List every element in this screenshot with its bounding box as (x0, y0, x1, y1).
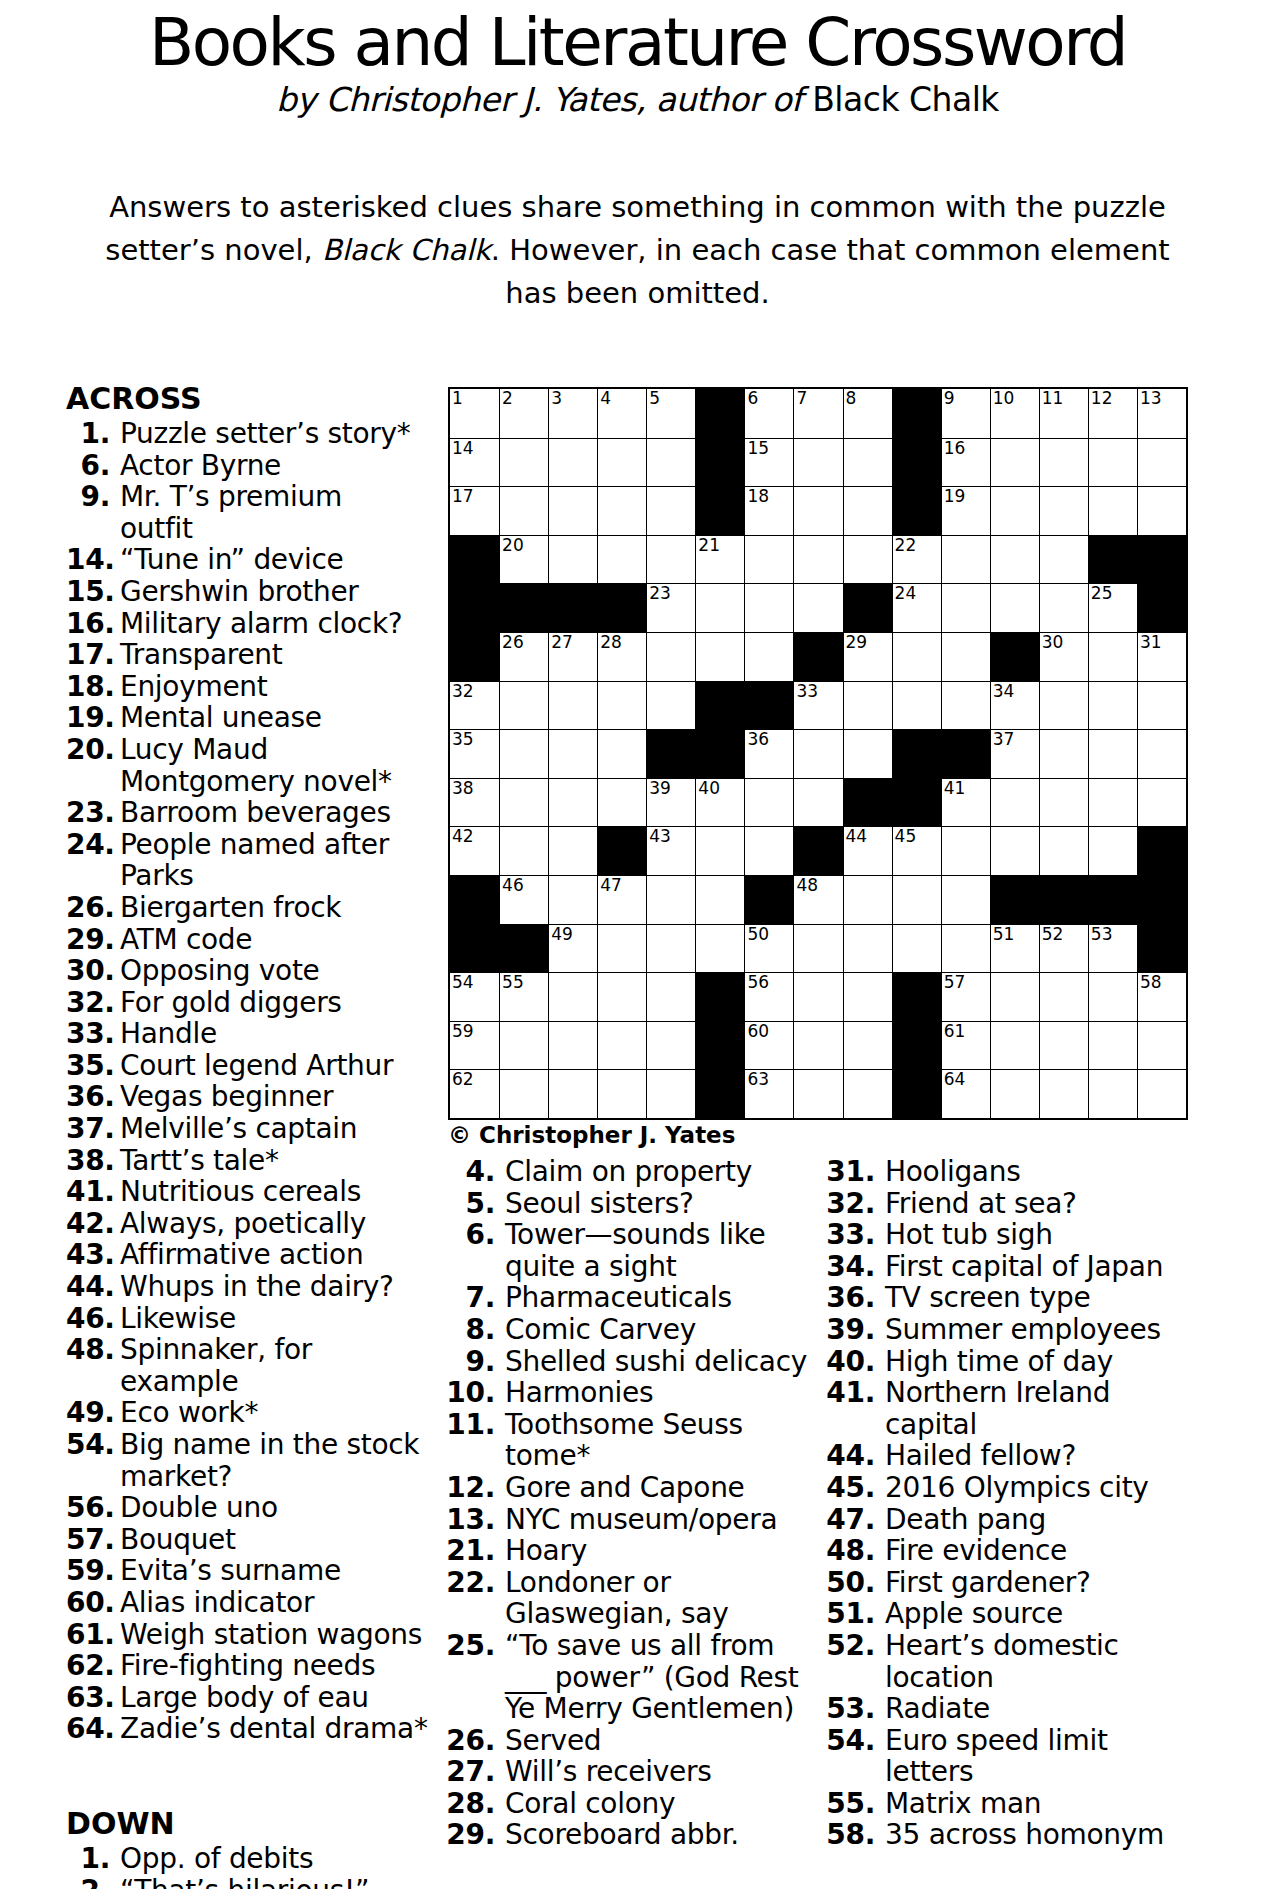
cell-number: 16 (944, 439, 966, 458)
clue-text: “That’s hilarious!” (120, 1875, 369, 1889)
grid-cell[interactable] (793, 535, 842, 584)
grid-cell[interactable] (646, 486, 695, 535)
grid-cell[interactable]: 31 (1137, 632, 1186, 681)
grid-cell[interactable]: 5 (646, 389, 695, 438)
grid-cell[interactable]: 23 (646, 583, 695, 632)
grid-cell[interactable] (1039, 826, 1088, 875)
grid-cell[interactable] (744, 535, 793, 584)
grid-cell[interactable]: 47 (597, 875, 646, 924)
grid-cell[interactable] (990, 972, 1039, 1021)
clue-item: 5.Seoul sisters? (443, 1188, 808, 1220)
grid-cell[interactable]: 53 (1088, 924, 1137, 973)
clue-number: 9. (443, 1346, 495, 1378)
grid-cell[interactable] (1039, 1021, 1088, 1070)
grid-cell[interactable] (548, 681, 597, 730)
grid-cell[interactable] (793, 972, 842, 1021)
grid-cell[interactable]: 58 (1137, 972, 1186, 1021)
grid-cell[interactable]: 24 (892, 583, 941, 632)
clue-item: 39.Summer employees (823, 1314, 1198, 1346)
grid-cell[interactable]: 39 (646, 778, 695, 827)
grid-cell[interactable]: 48 (793, 875, 842, 924)
cell-number: 53 (1091, 925, 1113, 944)
grid-cell[interactable] (892, 924, 941, 973)
clue-text: Coral colony (505, 1788, 675, 1820)
grid-cell[interactable] (548, 535, 597, 584)
grid-cell[interactable]: 8 (843, 389, 892, 438)
cell-number: 22 (895, 536, 917, 555)
grid-cell[interactable]: 12 (1088, 389, 1137, 438)
grid-cell[interactable]: 57 (941, 972, 990, 1021)
clue-number: 60. (66, 1587, 110, 1619)
clue-number: 34. (823, 1251, 875, 1283)
clue-text: Nutritious cereals (120, 1176, 361, 1208)
grid-cell[interactable]: 30 (1039, 632, 1088, 681)
grid-cell[interactable]: 43 (646, 826, 695, 875)
grid-cell[interactable] (941, 875, 990, 924)
grid-cell[interactable] (793, 778, 842, 827)
cell-number: 29 (846, 633, 868, 652)
grid-cell[interactable] (843, 924, 892, 973)
clue-number: 33. (823, 1219, 875, 1251)
grid-cell[interactable] (1088, 729, 1137, 778)
clue-item: 57.Bouquet (66, 1524, 448, 1556)
grid-cell[interactable] (843, 1021, 892, 1070)
cell-number: 39 (649, 779, 671, 798)
cell-number: 58 (1140, 973, 1162, 992)
grid-cell[interactable] (843, 1069, 892, 1118)
cell-number: 60 (747, 1022, 769, 1041)
grid-cell[interactable] (1039, 681, 1088, 730)
grid-cell[interactable] (843, 972, 892, 1021)
grid-cell[interactable]: 61 (941, 1021, 990, 1070)
grid-cell[interactable] (646, 535, 695, 584)
grid-cell[interactable] (990, 583, 1039, 632)
grid-cell[interactable] (1137, 438, 1186, 487)
grid-cell[interactable] (892, 632, 941, 681)
grid-cell[interactable] (597, 681, 646, 730)
grid-cell[interactable]: 38 (450, 778, 499, 827)
grid-cell[interactable] (1088, 486, 1137, 535)
grid-cell[interactable]: 4 (597, 389, 646, 438)
cell-number: 8 (846, 389, 857, 408)
grid-cell[interactable] (548, 875, 597, 924)
grid-cell[interactable]: 45 (892, 826, 941, 875)
across-heading: ACROSS (66, 380, 448, 418)
grid-cell[interactable]: 2 (499, 389, 548, 438)
grid-cell[interactable] (1137, 486, 1186, 535)
grid-cell[interactable]: 54 (450, 972, 499, 1021)
grid-cell[interactable]: 19 (941, 486, 990, 535)
grid-cell[interactable]: 18 (744, 486, 793, 535)
clue-text: Always, poetically (120, 1208, 366, 1240)
grid-cell[interactable]: 44 (843, 826, 892, 875)
clue-text: Melville’s captain (120, 1113, 357, 1145)
grid-cell[interactable] (499, 681, 548, 730)
grid-cell[interactable] (744, 826, 793, 875)
clue-text: Euro speed limitletters (885, 1725, 1108, 1788)
grid-cell[interactable]: 9 (941, 389, 990, 438)
grid-cell[interactable] (941, 826, 990, 875)
clue-number: 56. (66, 1492, 110, 1524)
clue-item: 58.35 across homonym (823, 1819, 1198, 1851)
clue-item: 35.Court legend Arthur (66, 1050, 448, 1082)
black-square (892, 1069, 941, 1118)
cell-number: 38 (452, 779, 474, 798)
grid-cell[interactable]: 37 (990, 729, 1039, 778)
grid-cell[interactable] (499, 1069, 548, 1118)
grid-cell[interactable]: 32 (450, 681, 499, 730)
grid-cell[interactable] (1137, 778, 1186, 827)
grid-cell[interactable] (597, 729, 646, 778)
grid-cell[interactable]: 13 (1137, 389, 1186, 438)
puzzle-page: Books and Literature Crossword by Christ… (0, 0, 1275, 1889)
grid-cell[interactable] (1039, 438, 1088, 487)
grid-cell[interactable] (941, 583, 990, 632)
clue-item: 46.Likewise (66, 1303, 448, 1335)
grid-cell[interactable] (1088, 681, 1137, 730)
grid-cell[interactable] (990, 535, 1039, 584)
grid-cell[interactable] (646, 1021, 695, 1070)
grid-cell[interactable]: 15 (744, 438, 793, 487)
grid-cell[interactable] (1088, 972, 1137, 1021)
grid-cell[interactable]: 17 (450, 486, 499, 535)
grid-cell[interactable] (1137, 681, 1186, 730)
grid-cell[interactable]: 28 (597, 632, 646, 681)
grid-cell[interactable] (1088, 1021, 1137, 1070)
grid-cell[interactable] (646, 924, 695, 973)
grid-cell[interactable] (695, 583, 744, 632)
clues-left-column: ACROSS 1.Puzzle setter’s story*6.Actor B… (66, 380, 448, 1889)
grid-cell[interactable] (843, 729, 892, 778)
grid-cell[interactable]: 42 (450, 826, 499, 875)
grid-cell[interactable] (646, 1069, 695, 1118)
grid-cell[interactable] (843, 875, 892, 924)
grid-cell[interactable] (695, 924, 744, 973)
clue-item: 2.“That’s hilarious!” (66, 1875, 448, 1889)
grid-cell[interactable] (695, 632, 744, 681)
grid-cell[interactable]: 63 (744, 1069, 793, 1118)
grid-cell[interactable]: 22 (892, 535, 941, 584)
grid-cell[interactable] (499, 729, 548, 778)
cell-number: 42 (452, 827, 474, 846)
grid-cell[interactable] (1088, 1069, 1137, 1118)
grid-cell[interactable]: 51 (990, 924, 1039, 973)
clue-item: 12.Gore and Capone (443, 1472, 808, 1504)
grid-cell[interactable]: 27 (548, 632, 597, 681)
grid-cell[interactable] (744, 778, 793, 827)
clue-item: 50.First gardener? (823, 1567, 1198, 1599)
grid-cell[interactable]: 1 (450, 389, 499, 438)
grid-cell[interactable]: 34 (990, 681, 1039, 730)
grid-cell[interactable] (941, 924, 990, 973)
grid-cell[interactable]: 33 (793, 681, 842, 730)
grid-cell[interactable] (1137, 1021, 1186, 1070)
grid-cell[interactable] (1039, 535, 1088, 584)
black-square (1088, 875, 1137, 924)
grid-cell[interactable]: 64 (941, 1069, 990, 1118)
clue-item: 34.First capital of Japan (823, 1251, 1198, 1283)
clue-item: 38.Tartt’s tale* (66, 1145, 448, 1177)
cell-number: 49 (551, 925, 573, 944)
cell-number: 63 (747, 1070, 769, 1089)
clue-item: 37.Melville’s captain (66, 1113, 448, 1145)
grid-cell[interactable] (646, 681, 695, 730)
grid-cell[interactable] (843, 681, 892, 730)
clue-item: 17.Transparent (66, 639, 448, 671)
clue-item: 1.Puzzle setter’s story* (66, 418, 448, 450)
grid-cell[interactable] (597, 486, 646, 535)
clue-number: 26. (66, 892, 110, 924)
black-square (597, 583, 646, 632)
clue-text: Apple source (885, 1598, 1063, 1630)
cell-number: 7 (796, 389, 807, 408)
cell-number: 36 (747, 730, 769, 749)
clue-text: People named afterParks (120, 829, 389, 892)
grid-cell[interactable] (548, 1021, 597, 1070)
clue-item: 6.Tower—sounds likequite a sight (443, 1219, 808, 1282)
grid-cell[interactable] (597, 778, 646, 827)
grid-cell[interactable] (1088, 826, 1137, 875)
clue-number: 61. (66, 1619, 110, 1651)
clue-item: 1.Opp. of debits (66, 1843, 448, 1875)
clue-item: 13.NYC museum/opera (443, 1504, 808, 1536)
grid-cell[interactable] (1039, 1069, 1088, 1118)
grid-cell[interactable] (597, 924, 646, 973)
grid-cell[interactable] (499, 778, 548, 827)
grid-cell[interactable]: 20 (499, 535, 548, 584)
clue-number: 27. (443, 1756, 495, 1788)
grid-cell[interactable] (793, 486, 842, 535)
clue-number: 62. (66, 1650, 110, 1682)
clue-number: 10. (443, 1377, 495, 1409)
down-clue-list-left: 1.Opp. of debits2.“That’s hilarious!”3.Y… (66, 1843, 448, 1889)
grid-cell[interactable]: 49 (548, 924, 597, 973)
clue-number: 63. (66, 1682, 110, 1714)
grid-cell[interactable] (990, 438, 1039, 487)
grid-cell[interactable]: 50 (744, 924, 793, 973)
grid-cell[interactable] (793, 924, 842, 973)
grid-cell[interactable] (646, 875, 695, 924)
clue-number: 24. (66, 829, 110, 892)
grid-cell[interactable] (597, 438, 646, 487)
grid-cell[interactable] (548, 826, 597, 875)
grid-cell[interactable]: 26 (499, 632, 548, 681)
black-square (793, 632, 842, 681)
grid-cell[interactable] (990, 826, 1039, 875)
clue-number: 1. (66, 418, 110, 450)
cell-number: 55 (502, 973, 524, 992)
black-square (843, 583, 892, 632)
clue-item: 56.Double uno (66, 1492, 448, 1524)
cell-number: 6 (747, 389, 758, 408)
grid-cell[interactable] (1088, 778, 1137, 827)
grid-cell[interactable]: 56 (744, 972, 793, 1021)
grid-cell[interactable] (1088, 438, 1137, 487)
grid-cell[interactable]: 60 (744, 1021, 793, 1070)
cell-number: 11 (1042, 389, 1064, 408)
grid-cell[interactable] (941, 535, 990, 584)
clue-text: Bouquet (120, 1524, 236, 1556)
clue-text: Harmonies (505, 1377, 653, 1409)
grid-cell[interactable]: 21 (695, 535, 744, 584)
grid-cell[interactable] (499, 438, 548, 487)
grid-cell[interactable]: 6 (744, 389, 793, 438)
clue-text: Handle (120, 1018, 217, 1050)
clue-item: 29.Scoreboard abbr. (443, 1819, 808, 1851)
grid-cell[interactable] (1088, 632, 1137, 681)
grid-cell[interactable]: 10 (990, 389, 1039, 438)
grid-cell[interactable]: 25 (1088, 583, 1137, 632)
grid-cell[interactable]: 55 (499, 972, 548, 1021)
black-square (1137, 875, 1186, 924)
grid-cell[interactable] (990, 486, 1039, 535)
grid-cell[interactable] (548, 438, 597, 487)
grid-cell[interactable] (793, 729, 842, 778)
clue-text: Heart’s domesticlocation (885, 1630, 1119, 1693)
clue-number: 5. (443, 1188, 495, 1220)
grid-cell[interactable] (548, 729, 597, 778)
clue-item: 7.Pharmaceuticals (443, 1282, 808, 1314)
intro-line: has been omitted. (0, 272, 1275, 315)
clue-text: Hot tub sigh (885, 1219, 1053, 1251)
grid-cell[interactable] (548, 1069, 597, 1118)
grid-cell[interactable] (499, 826, 548, 875)
cell-number: 34 (993, 682, 1015, 701)
cell-number: 61 (944, 1022, 966, 1041)
grid-cell[interactable] (990, 778, 1039, 827)
clue-number: 2. (66, 1875, 110, 1889)
grid-cell[interactable] (843, 486, 892, 535)
clue-text: Pharmaceuticals (505, 1282, 732, 1314)
clue-text: “Tune in” device (120, 544, 344, 576)
grid-cell[interactable] (695, 875, 744, 924)
clue-text: First capital of Japan (885, 1251, 1163, 1283)
grid-cell[interactable] (793, 1069, 842, 1118)
grid-cell[interactable] (941, 632, 990, 681)
clue-number: 64. (66, 1713, 110, 1745)
grid-cell[interactable]: 3 (548, 389, 597, 438)
grid-cell[interactable] (548, 972, 597, 1021)
black-square (597, 826, 646, 875)
grid-cell[interactable] (1137, 1069, 1186, 1118)
grid-cell[interactable] (892, 875, 941, 924)
grid-cell[interactable] (744, 632, 793, 681)
clue-text: Will’s receivers (505, 1756, 711, 1788)
grid-cell[interactable]: 52 (1039, 924, 1088, 973)
clue-number: 6. (66, 450, 110, 482)
grid-cell[interactable]: 7 (793, 389, 842, 438)
clue-number: 4. (443, 1156, 495, 1188)
grid-cell[interactable] (548, 778, 597, 827)
grid-cell[interactable] (793, 583, 842, 632)
clue-item: 21.Hoary (443, 1535, 808, 1567)
grid-cell[interactable] (499, 1021, 548, 1070)
grid-cell[interactable]: 11 (1039, 389, 1088, 438)
cell-number: 40 (698, 779, 720, 798)
grid-cell[interactable]: 14 (450, 438, 499, 487)
clue-text: Eco work* (120, 1397, 258, 1429)
down-clue-list-middle: 4.Claim on property5.Seoul sisters?6.Tow… (443, 1156, 808, 1851)
grid-cell[interactable]: 35 (450, 729, 499, 778)
black-square (450, 875, 499, 924)
clue-item: 6.Actor Byrne (66, 450, 448, 482)
grid-cell[interactable] (597, 1069, 646, 1118)
grid-cell[interactable] (548, 486, 597, 535)
grid-cell[interactable] (990, 1021, 1039, 1070)
clue-item: 16.Military alarm clock? (66, 608, 448, 640)
grid-cell[interactable] (1039, 972, 1088, 1021)
grid-cell[interactable] (793, 1021, 842, 1070)
grid-cell[interactable]: 46 (499, 875, 548, 924)
grid-cell[interactable] (843, 438, 892, 487)
cell-number: 15 (747, 439, 769, 458)
grid-cell[interactable] (1039, 486, 1088, 535)
black-square (695, 681, 744, 730)
grid-cell[interactable] (646, 438, 695, 487)
grid-cell[interactable] (499, 486, 548, 535)
black-square (892, 972, 941, 1021)
grid-cell[interactable]: 29 (843, 632, 892, 681)
grid-cell[interactable] (990, 1069, 1039, 1118)
cell-number: 45 (895, 827, 917, 846)
grid-cell[interactable] (793, 438, 842, 487)
clue-text: Toothsome Seusstome* (505, 1409, 743, 1472)
cell-number: 5 (649, 389, 660, 408)
grid-cell[interactable] (597, 972, 646, 1021)
clue-text: Spinnaker, forexample (120, 1334, 312, 1397)
clue-text: NYC museum/opera (505, 1504, 777, 1536)
grid-cell[interactable] (1039, 778, 1088, 827)
across-clue-list: 1.Puzzle setter’s story*6.Actor Byrne9.M… (66, 418, 448, 1745)
byline-book-title: Black Chalk (812, 80, 999, 119)
cell-number: 27 (551, 633, 573, 652)
clue-number: 16. (66, 608, 110, 640)
clue-item: 10.Harmonies (443, 1377, 808, 1409)
grid-cell[interactable] (597, 1021, 646, 1070)
black-square (646, 729, 695, 778)
grid-cell[interactable] (695, 826, 744, 875)
black-square (1137, 583, 1186, 632)
clue-text: Served (505, 1725, 601, 1757)
grid-cell[interactable] (646, 632, 695, 681)
clue-item: 41.Nutritious cereals (66, 1176, 448, 1208)
cell-number: 24 (895, 584, 917, 603)
cell-number: 57 (944, 973, 966, 992)
grid-cell[interactable] (597, 535, 646, 584)
clue-item: 53.Radiate (823, 1693, 1198, 1725)
grid-cell[interactable]: 36 (744, 729, 793, 778)
clue-text: Matrix man (885, 1788, 1041, 1820)
grid-cell[interactable] (1039, 583, 1088, 632)
grid-cell[interactable]: 16 (941, 438, 990, 487)
clue-text: Fire evidence (885, 1535, 1067, 1567)
grid-cell[interactable] (646, 972, 695, 1021)
grid-cell[interactable] (843, 535, 892, 584)
grid-cell[interactable]: 59 (450, 1021, 499, 1070)
grid-cell[interactable] (744, 583, 793, 632)
grid-cell[interactable] (1039, 729, 1088, 778)
grid-cell[interactable] (892, 681, 941, 730)
clue-number: 17. (66, 639, 110, 671)
grid-cell[interactable] (1137, 729, 1186, 778)
grid-cell[interactable]: 40 (695, 778, 744, 827)
clue-number: 44. (66, 1271, 110, 1303)
cell-number: 44 (846, 827, 868, 846)
grid-cell[interactable]: 62 (450, 1069, 499, 1118)
grid-cell[interactable]: 41 (941, 778, 990, 827)
clue-text: Alias indicator (120, 1587, 314, 1619)
grid-cell[interactable] (941, 681, 990, 730)
